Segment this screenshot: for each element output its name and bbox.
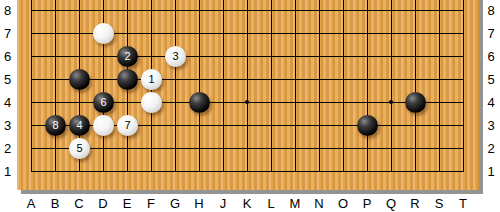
go-diagram: 231684758877665544332211ABCDEFGHJKLMNOPQ…	[0, 0, 500, 212]
row-label-right: 5	[483, 71, 499, 87]
grid-line-vertical	[463, 0, 464, 172]
column-label: P	[355, 196, 379, 210]
grid-line-horizontal	[31, 56, 464, 57]
row-label-left: 8	[0, 2, 15, 18]
star-point	[245, 100, 249, 104]
column-label: N	[307, 196, 331, 210]
move-number: 6	[100, 97, 106, 108]
grid-line-vertical	[367, 0, 368, 172]
row-label-right: 2	[483, 140, 499, 156]
grid-line-vertical	[31, 0, 32, 172]
board-shadow-bottom	[21, 190, 483, 194]
column-label: M	[283, 196, 307, 210]
white-stone[interactable]	[93, 115, 114, 136]
grid-line-horizontal	[31, 10, 464, 11]
column-label: H	[187, 196, 211, 210]
black-stone[interactable]: 8	[45, 115, 66, 136]
row-label-right: 1	[483, 163, 499, 179]
row-label-left: 5	[0, 71, 15, 87]
grid-line-vertical	[415, 0, 416, 172]
move-number: 5	[76, 143, 82, 154]
move-number: 8	[52, 120, 58, 131]
column-label: J	[211, 196, 235, 210]
grid-line-horizontal	[31, 171, 464, 172]
grid-line-vertical	[439, 0, 440, 172]
move-number: 2	[124, 51, 130, 62]
star-point	[389, 100, 393, 104]
move-number: 3	[172, 51, 178, 62]
column-label: B	[43, 196, 67, 210]
row-label-right: 4	[483, 94, 499, 110]
grid-line-vertical	[247, 0, 248, 172]
column-label: D	[91, 196, 115, 210]
column-label: K	[235, 196, 259, 210]
black-stone[interactable]: 6	[93, 92, 114, 113]
column-label: G	[163, 196, 187, 210]
black-stone[interactable]	[405, 92, 426, 113]
black-stone[interactable]: 2	[117, 46, 138, 67]
row-label-right: 8	[483, 2, 499, 18]
column-label: O	[331, 196, 355, 210]
column-label: C	[67, 196, 91, 210]
white-stone[interactable]	[93, 23, 114, 44]
column-label: F	[139, 196, 163, 210]
grid-line-vertical	[295, 0, 296, 172]
white-stone[interactable]: 7	[117, 115, 138, 136]
row-label-left: 4	[0, 94, 15, 110]
grid-line-vertical	[319, 0, 320, 172]
grid-line-vertical	[55, 0, 56, 172]
move-number: 4	[76, 120, 82, 131]
white-stone[interactable]: 1	[141, 69, 162, 90]
black-stone[interactable]	[189, 92, 210, 113]
row-label-right: 6	[483, 48, 499, 64]
black-stone[interactable]	[117, 69, 138, 90]
column-label: A	[19, 196, 43, 210]
row-label-left: 7	[0, 25, 15, 41]
row-label-right: 7	[483, 25, 499, 41]
grid-line-vertical	[175, 0, 176, 172]
black-stone[interactable]: 4	[69, 115, 90, 136]
grid-line-horizontal	[31, 148, 464, 149]
white-stone[interactable]	[141, 92, 162, 113]
black-stone[interactable]	[69, 69, 90, 90]
grid-line-vertical	[199, 0, 200, 172]
grid-line-vertical	[391, 0, 392, 172]
column-label: L	[259, 196, 283, 210]
row-label-left: 2	[0, 140, 15, 156]
white-stone[interactable]: 5	[69, 138, 90, 159]
row-label-right: 3	[483, 117, 499, 133]
move-number: 1	[148, 74, 154, 85]
column-label: R	[403, 196, 427, 210]
grid-line-vertical	[343, 0, 344, 172]
column-label: Q	[379, 196, 403, 210]
row-label-left: 3	[0, 117, 15, 133]
grid-line-vertical	[271, 0, 272, 172]
grid-line-vertical	[223, 0, 224, 172]
column-label: T	[451, 196, 475, 210]
row-label-left: 1	[0, 163, 15, 179]
white-stone[interactable]: 3	[165, 46, 186, 67]
row-label-left: 6	[0, 48, 15, 64]
grid-line-horizontal	[31, 79, 464, 80]
column-label: S	[427, 196, 451, 210]
move-number: 7	[124, 120, 130, 131]
column-label: E	[115, 196, 139, 210]
black-stone[interactable]	[357, 115, 378, 136]
